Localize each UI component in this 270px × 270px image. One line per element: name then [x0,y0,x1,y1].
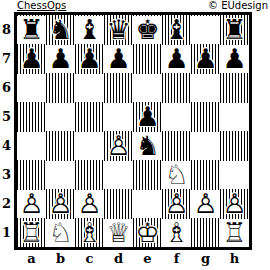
white-pawn-piece-fill: ♟ [162,189,191,218]
rank-label-8: 8 [0,15,13,44]
black-rook-piece-fill: ♜ [220,15,249,44]
square-b2[interactable]: ♟♙ [46,189,75,218]
white-pawn-piece: ♙ [191,189,220,218]
square-a8[interactable]: ♜♜ [17,15,46,44]
white-queen-piece-fill: ♛ [104,218,133,247]
black-knight-piece-fill: ♞ [133,131,162,160]
square-e7[interactable] [133,44,162,73]
file-label-a: a [17,251,46,267]
white-pawn-piece: ♙ [17,189,46,218]
black-pawn-piece: ♟ [75,44,104,73]
black-pawn-piece: ♟ [191,44,220,73]
square-e5[interactable]: ♟♟ [133,102,162,131]
square-d6[interactable] [104,73,133,102]
square-b1[interactable]: ♞♘ [46,218,75,247]
square-c7[interactable]: ♟♟ [75,44,104,73]
file-label-d: d [104,251,133,267]
black-rook-piece: ♜ [17,15,46,44]
white-pawn-piece-fill: ♟ [17,189,46,218]
rank-label-4: 4 [0,131,13,160]
white-knight-piece-fill: ♞ [46,218,75,247]
black-knight-piece-fill: ♞ [46,15,75,44]
square-f5[interactable] [162,102,191,131]
rank-label-6: 6 [0,73,13,102]
chess-board: ♜♜♞♞♝♝♛♛♚♚♝♝♜♜♟♟♟♟♟♟♟♟♟♟♟♟♟♟♟♟♟♙♞♞♞♘♟♙♟♙… [14,12,252,250]
file-labels: abcdefgh [17,251,249,267]
rank-label-7: 7 [0,44,13,73]
square-e3[interactable] [133,160,162,189]
black-king-piece: ♚ [133,15,162,44]
white-knight-piece-fill: ♞ [162,160,191,189]
square-c1[interactable]: ♝♗ [75,218,104,247]
square-b8[interactable]: ♞♞ [46,15,75,44]
black-pawn-piece-fill: ♟ [46,44,75,73]
black-rook-piece: ♜ [220,15,249,44]
black-pawn-piece: ♟ [17,44,46,73]
white-bishop-piece-fill: ♝ [162,218,191,247]
square-h7[interactable]: ♟♟ [220,44,249,73]
square-c6[interactable] [75,73,104,102]
file-label-h: h [220,251,249,267]
square-d1[interactable]: ♛♕ [104,218,133,247]
square-f7[interactable]: ♟♟ [162,44,191,73]
square-e6[interactable] [133,73,162,102]
white-king-piece-fill: ♚ [133,218,162,247]
square-h3[interactable] [220,160,249,189]
square-f3[interactable]: ♞♘ [162,160,191,189]
white-pawn-piece-fill: ♟ [104,131,133,160]
black-bishop-piece-fill: ♝ [75,15,104,44]
black-pawn-piece: ♟ [220,44,249,73]
rank-label-2: 2 [0,189,13,218]
square-g3[interactable] [191,160,220,189]
rank-label-3: 3 [0,160,13,189]
square-g8[interactable] [191,15,220,44]
black-knight-piece: ♞ [133,131,162,160]
file-label-f: f [162,251,191,267]
file-label-b: b [46,251,75,267]
square-d5[interactable] [104,102,133,131]
white-pawn-piece-fill: ♟ [46,189,75,218]
square-b6[interactable] [46,73,75,102]
square-e2[interactable] [133,189,162,218]
square-h8[interactable]: ♜♜ [220,15,249,44]
white-knight-piece: ♘ [162,160,191,189]
black-pawn-piece: ♟ [133,102,162,131]
app-title: ChessOps [17,0,66,12]
black-rook-piece-fill: ♜ [17,15,46,44]
square-g2[interactable]: ♟♙ [191,189,220,218]
black-pawn-piece-fill: ♟ [220,44,249,73]
square-b7[interactable]: ♟♟ [46,44,75,73]
square-h1[interactable]: ♜♖ [220,218,249,247]
black-pawn-piece: ♟ [162,44,191,73]
square-c8[interactable]: ♝♝ [75,15,104,44]
square-c4[interactable] [75,131,104,160]
square-c5[interactable] [75,102,104,131]
square-h6[interactable] [220,73,249,102]
square-d8[interactable]: ♛♛ [104,15,133,44]
square-a2[interactable]: ♟♙ [17,189,46,218]
square-a7[interactable]: ♟♟ [17,44,46,73]
white-knight-piece: ♘ [46,218,75,247]
white-pawn-piece-fill: ♟ [191,189,220,218]
black-pawn-piece-fill: ♟ [162,44,191,73]
square-b5[interactable] [46,102,75,131]
black-pawn-piece-fill: ♟ [17,44,46,73]
black-pawn-piece: ♟ [104,44,133,73]
white-bishop-piece-fill: ♝ [75,218,104,247]
square-c2[interactable]: ♟♙ [75,189,104,218]
square-g4[interactable] [191,131,220,160]
square-e4[interactable]: ♞♞ [133,131,162,160]
square-e8[interactable]: ♚♚ [133,15,162,44]
file-label-e: e [133,251,162,267]
square-h5[interactable] [220,102,249,131]
square-h2[interactable]: ♟♙ [220,189,249,218]
square-g6[interactable] [191,73,220,102]
square-g1[interactable] [191,218,220,247]
square-h4[interactable] [220,131,249,160]
rank-labels: 87654321 [0,15,13,247]
white-pawn-piece: ♙ [162,189,191,218]
square-d4[interactable]: ♟♙ [104,131,133,160]
square-a6[interactable] [17,73,46,102]
white-bishop-piece: ♗ [162,218,191,247]
black-bishop-piece-fill: ♝ [162,15,191,44]
black-pawn-piece-fill: ♟ [104,44,133,73]
square-d3[interactable] [104,160,133,189]
square-b4[interactable] [46,131,75,160]
square-a5[interactable] [17,102,46,131]
file-label-g: g [191,251,220,267]
white-pawn-piece: ♙ [220,189,249,218]
square-a3[interactable] [17,160,46,189]
square-b3[interactable] [46,160,75,189]
black-knight-piece: ♞ [46,15,75,44]
black-pawn-piece: ♟ [46,44,75,73]
black-pawn-piece-fill: ♟ [75,44,104,73]
black-queen-piece: ♛ [104,15,133,44]
black-pawn-piece-fill: ♟ [133,102,162,131]
square-f8[interactable]: ♝♝ [162,15,191,44]
white-rook-piece: ♖ [220,218,249,247]
white-rook-piece: ♖ [17,218,46,247]
square-d2[interactable] [104,189,133,218]
square-f4[interactable] [162,131,191,160]
square-f6[interactable] [162,73,191,102]
black-queen-piece-fill: ♛ [104,15,133,44]
white-bishop-piece: ♗ [75,218,104,247]
square-c3[interactable] [75,160,104,189]
white-rook-piece-fill: ♜ [17,218,46,247]
white-pawn-piece: ♙ [46,189,75,218]
square-a1[interactable]: ♜♖ [17,218,46,247]
black-pawn-piece-fill: ♟ [191,44,220,73]
white-king-piece: ♔ [133,218,162,247]
square-d7[interactable]: ♟♟ [104,44,133,73]
white-pawn-piece-fill: ♟ [75,189,104,218]
square-e1[interactable]: ♚♔ [133,218,162,247]
white-rook-piece-fill: ♜ [220,218,249,247]
rank-label-1: 1 [0,218,13,247]
black-king-piece-fill: ♚ [133,15,162,44]
rank-label-5: 5 [0,102,13,131]
white-pawn-piece: ♙ [75,189,104,218]
black-bishop-piece: ♝ [162,15,191,44]
square-g5[interactable] [191,102,220,131]
copyright-label: © EUdesign [208,0,268,12]
white-queen-piece: ♕ [104,218,133,247]
square-f1[interactable]: ♝♗ [162,218,191,247]
white-pawn-piece-fill: ♟ [220,189,249,218]
black-bishop-piece: ♝ [75,15,104,44]
white-pawn-piece: ♙ [104,131,133,160]
square-a4[interactable] [17,131,46,160]
square-f2[interactable]: ♟♙ [162,189,191,218]
square-g7[interactable]: ♟♟ [191,44,220,73]
file-label-c: c [75,251,104,267]
